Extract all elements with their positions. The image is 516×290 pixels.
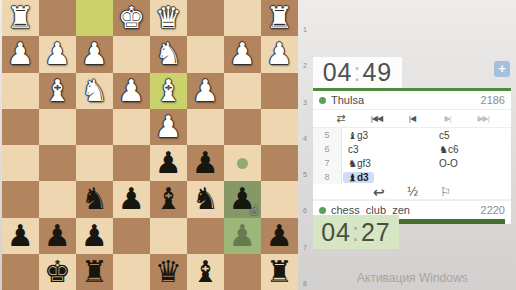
rank-label-1: 1 <box>303 26 311 34</box>
add-time-button[interactable]: + <box>494 61 510 77</box>
square-d1[interactable]: ♛ <box>150 0 187 36</box>
move-white[interactable]: ♝d3 <box>342 172 433 183</box>
square-h4[interactable] <box>2 109 39 145</box>
move-black[interactable]: ♞c6 <box>433 144 516 155</box>
square-c6[interactable]: ♞ <box>187 181 224 217</box>
square-f6[interactable]: ♞ <box>76 181 113 217</box>
square-e6[interactable]: ♟ <box>113 181 150 217</box>
black-knight-c6: ♞ <box>187 181 224 217</box>
white-bishop-g3: ♝ <box>39 73 76 109</box>
square-a6[interactable] <box>261 181 298 217</box>
clock-white-seconds: 49 <box>362 58 392 87</box>
square-e4[interactable] <box>113 109 150 145</box>
white-rook-h1: ♜ <box>2 0 39 36</box>
online-indicator-icon <box>319 97 326 104</box>
square-h8[interactable] <box>2 254 39 290</box>
move-number: 5 <box>313 128 342 142</box>
square-b2[interactable]: ♟ <box>224 36 261 72</box>
clock-black: 04:27 <box>313 215 399 249</box>
windows-activation-watermark: Активация Windows <box>357 271 468 285</box>
square-e7[interactable] <box>113 218 150 254</box>
square-h6[interactable] <box>2 181 39 217</box>
white-queen-d1: ♛ <box>150 0 187 36</box>
white-bishop-d3: ♝ <box>150 73 187 109</box>
square-c7[interactable] <box>187 218 224 254</box>
rank-label-3: 3 <box>303 99 311 107</box>
black-bishop-d6: ♝ <box>150 181 187 217</box>
square-c4[interactable] <box>187 109 224 145</box>
square-e2[interactable] <box>113 36 150 72</box>
square-d2[interactable]: ♞ <box>150 36 187 72</box>
clock-black-colon: : <box>351 218 361 247</box>
square-h1[interactable]: ♜ <box>2 0 39 36</box>
square-a1[interactable]: ♜ <box>261 0 298 36</box>
white-pawn-b2: ♟ <box>224 36 261 72</box>
square-e3[interactable]: ♟ <box>113 73 150 109</box>
square-g5[interactable] <box>39 145 76 181</box>
square-c2[interactable] <box>187 36 224 72</box>
move-black[interactable]: c5 <box>433 130 516 141</box>
player-rating-bottom: 2220 <box>481 204 505 216</box>
move-white[interactable]: ♝g3 <box>342 130 433 141</box>
square-f2[interactable]: ♟ <box>76 36 113 72</box>
square-c8[interactable]: ♝ <box>187 254 224 290</box>
square-f7[interactable]: ♟ <box>76 218 113 254</box>
square-d7[interactable] <box>150 218 187 254</box>
square-g3[interactable]: ♝ <box>39 73 76 109</box>
move-white[interactable]: c3 <box>342 144 433 155</box>
black-pawn-c5: ♟ <box>187 145 224 181</box>
prev-move-button[interactable]: |◀ <box>394 114 430 123</box>
black-pawn-g7: ♟ <box>39 218 76 254</box>
white-rook-a1: ♜ <box>261 0 298 36</box>
square-g1[interactable] <box>39 0 76 36</box>
move-list: 5♝g3c56c3♞c67♞gf3O-O8♝d3 <box>313 128 511 184</box>
square-b5[interactable] <box>224 145 261 181</box>
white-pawn-f2: ♟ <box>76 36 113 72</box>
black-pawn-f7: ♟ <box>76 218 113 254</box>
flip-board-button[interactable]: ⇄ <box>323 112 359 125</box>
square-a2[interactable]: ♟ <box>261 36 298 72</box>
square-g4[interactable] <box>39 109 76 145</box>
square-f3[interactable]: ♞ <box>76 73 113 109</box>
square-f4[interactable] <box>76 109 113 145</box>
move-nav-toolbar: ⇄|◀◀|◀▶|▶▶| <box>313 110 511 128</box>
square-h2[interactable]: ♟ <box>2 36 39 72</box>
drag-hand-cursor-icon: ☝ <box>250 204 258 217</box>
rank-label-2: 2 <box>303 62 311 70</box>
square-e8[interactable] <box>113 254 150 290</box>
resign-button[interactable]: ⚐ <box>440 185 451 199</box>
move-dest-dot[interactable] <box>237 158 248 169</box>
game-side-panel: Thulsa 2186 ⇄|◀◀|◀▶|▶▶| 5♝g3c56c3♞c67♞gf… <box>313 88 511 224</box>
last-move-button[interactable]: ▶▶| <box>465 114 501 123</box>
white-pawn-a2: ♟ <box>261 36 298 72</box>
rank-label-4: 4 <box>303 135 311 143</box>
move-row: 6c3♞c6 <box>313 142 511 156</box>
square-b6[interactable]: ♟☝ <box>224 181 261 217</box>
square-e1[interactable]: ♚ <box>113 0 150 36</box>
move-number: 8 <box>313 170 342 184</box>
move-black[interactable]: O-O <box>433 158 516 169</box>
black-bishop-c8: ♝ <box>187 254 224 290</box>
square-f8[interactable]: ♜ <box>76 254 113 290</box>
move-white[interactable]: ♞gf3 <box>342 158 433 169</box>
square-a5[interactable] <box>261 145 298 181</box>
square-h5[interactable] <box>2 145 39 181</box>
square-f5[interactable] <box>76 145 113 181</box>
white-pawn-c3: ♟ <box>187 73 224 109</box>
square-c1[interactable] <box>187 0 224 36</box>
clock-black-seconds: 27 <box>361 218 391 247</box>
takeback-button[interactable]: ↩ <box>373 185 385 199</box>
clock-white: 04:49 <box>313 57 402 88</box>
player-name-top[interactable]: Thulsa <box>331 94 481 106</box>
move-row: 7♞gf3O-O <box>313 156 511 170</box>
square-d8[interactable]: ♛ <box>150 254 187 290</box>
square-a3[interactable] <box>261 73 298 109</box>
square-g2[interactable]: ♟ <box>39 36 76 72</box>
game-actions: ↩½⚐ <box>313 184 511 200</box>
move-number: 7 <box>313 156 342 170</box>
black-pawn-b7: ♟ <box>224 218 261 254</box>
square-a7[interactable]: ♟ <box>261 218 298 254</box>
square-d3[interactable]: ♝ <box>150 73 187 109</box>
clock-white-colon: : <box>353 58 363 87</box>
white-king-e1: ♚ <box>113 0 150 36</box>
move-number: 6 <box>313 142 342 156</box>
white-knight-f3: ♞ <box>76 73 113 109</box>
black-queen-d8: ♛ <box>150 254 187 290</box>
square-d6[interactable]: ♝ <box>150 181 187 217</box>
clock-black-minutes: 04 <box>321 218 351 247</box>
first-move-button[interactable]: |◀◀ <box>359 114 395 123</box>
square-f1[interactable] <box>76 0 113 36</box>
square-c3[interactable]: ♟ <box>187 73 224 109</box>
rank-label-6: 6 <box>303 207 311 215</box>
white-knight-d2: ♞ <box>150 36 187 72</box>
rank-label-5: 5 <box>303 171 311 179</box>
square-h7[interactable]: ♟ <box>2 218 39 254</box>
square-h3[interactable] <box>2 73 39 109</box>
clock-white-minutes: 04 <box>323 58 353 87</box>
square-g8[interactable]: ♚ <box>39 254 76 290</box>
black-king-g8: ♚ <box>39 254 76 290</box>
rank-coordinates: 12345678 <box>299 0 312 290</box>
square-g7[interactable]: ♟ <box>39 218 76 254</box>
square-b4[interactable] <box>224 109 261 145</box>
white-pawn-e3: ♟ <box>113 73 150 109</box>
player-rating-top: 2186 <box>481 94 505 106</box>
black-knight-f6: ♞ <box>76 181 113 217</box>
black-rook-f8: ♜ <box>76 254 113 290</box>
black-pawn-a7: ♟ <box>261 218 298 254</box>
game-page: ♜♚♛♜♟♟♟♞♟♟♝♞♟♝♟♟♟♟♞♟♝♞♟☝♟♟♟♟♟♚♜♛♝♜ 12345… <box>0 0 516 290</box>
square-g6[interactable] <box>39 181 76 217</box>
white-pawn-g2: ♟ <box>39 36 76 72</box>
white-pawn-d4: ♟ <box>150 109 187 145</box>
square-b3[interactable] <box>224 73 261 109</box>
black-pawn-h7: ♟ <box>2 218 39 254</box>
white-pawn-h2: ♟ <box>2 36 39 72</box>
player-row-top: Thulsa 2186 <box>313 91 511 110</box>
move-row: 8♝d3 <box>313 170 511 184</box>
square-b7[interactable]: ♟ <box>224 218 261 254</box>
square-b1[interactable] <box>224 0 261 36</box>
move-row: 5♝g3c5 <box>313 128 511 142</box>
square-e5[interactable] <box>113 145 150 181</box>
rank-label-8: 8 <box>303 280 311 288</box>
black-pawn-d5: ♟ <box>150 145 187 181</box>
black-pawn-e6: ♟ <box>113 181 150 217</box>
rank-label-7: 7 <box>303 244 311 252</box>
next-move-button[interactable]: ▶| <box>430 114 466 123</box>
draw-offer-button[interactable]: ½ <box>407 185 419 199</box>
square-a8[interactable]: ♜ <box>261 254 298 290</box>
square-b8[interactable] <box>224 254 261 290</box>
online-indicator-icon <box>319 207 326 214</box>
black-rook-a8: ♜ <box>261 254 298 290</box>
square-d4[interactable]: ♟ <box>150 109 187 145</box>
square-d5[interactable]: ♟ <box>150 145 187 181</box>
chess-board: ♜♚♛♜♟♟♟♞♟♟♝♞♟♝♟♟♟♟♞♟♝♞♟☝♟♟♟♟♟♚♜♛♝♜ <box>2 0 298 290</box>
square-a4[interactable] <box>261 109 298 145</box>
square-c5[interactable]: ♟ <box>187 145 224 181</box>
